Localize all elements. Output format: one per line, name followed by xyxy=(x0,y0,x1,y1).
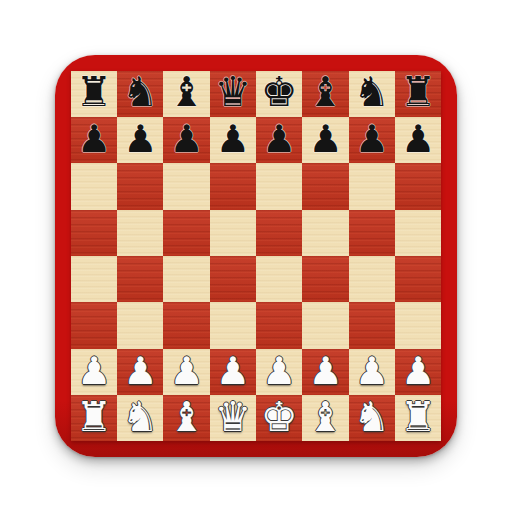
square-f1[interactable]: ♝ xyxy=(302,395,348,441)
piece-black-knight[interactable]: ♞ xyxy=(353,72,390,113)
piece-white-queen[interactable]: ♛ xyxy=(214,397,251,438)
square-b5[interactable] xyxy=(117,210,163,256)
square-e1[interactable]: ♚ xyxy=(256,395,302,441)
piece-black-bishop[interactable]: ♝ xyxy=(168,72,205,113)
piece-white-knight[interactable]: ♞ xyxy=(353,397,390,438)
piece-white-rook[interactable]: ♜ xyxy=(76,397,113,438)
square-d4[interactable] xyxy=(210,256,256,302)
square-e5[interactable] xyxy=(256,210,302,256)
square-d7[interactable]: ♟ xyxy=(210,117,256,163)
square-c3[interactable] xyxy=(163,302,209,348)
square-g4[interactable] xyxy=(349,256,395,302)
square-e4[interactable] xyxy=(256,256,302,302)
piece-white-king[interactable]: ♚ xyxy=(261,397,298,438)
piece-white-rook[interactable]: ♜ xyxy=(400,397,437,438)
square-f8[interactable]: ♝ xyxy=(302,71,348,117)
square-g2[interactable]: ♟ xyxy=(349,349,395,395)
square-e7[interactable]: ♟ xyxy=(256,117,302,163)
square-b7[interactable]: ♟ xyxy=(117,117,163,163)
square-c6[interactable] xyxy=(163,163,209,209)
piece-black-queen[interactable]: ♛ xyxy=(214,72,251,113)
square-c5[interactable] xyxy=(163,210,209,256)
piece-white-pawn[interactable]: ♟ xyxy=(262,352,296,390)
square-h8[interactable]: ♜ xyxy=(395,71,441,117)
square-b8[interactable]: ♞ xyxy=(117,71,163,117)
piece-black-pawn[interactable]: ♟ xyxy=(77,120,111,158)
piece-black-pawn[interactable]: ♟ xyxy=(170,120,204,158)
square-d8[interactable]: ♛ xyxy=(210,71,256,117)
square-a7[interactable]: ♟ xyxy=(71,117,117,163)
square-c4[interactable] xyxy=(163,256,209,302)
piece-white-pawn[interactable]: ♟ xyxy=(77,352,111,390)
piece-white-knight[interactable]: ♞ xyxy=(122,397,159,438)
square-d3[interactable] xyxy=(210,302,256,348)
square-f2[interactable]: ♟ xyxy=(302,349,348,395)
square-d5[interactable] xyxy=(210,210,256,256)
square-h5[interactable] xyxy=(395,210,441,256)
square-g8[interactable]: ♞ xyxy=(349,71,395,117)
screen: ♜♞♝♛♚♝♞♜♟♟♟♟♟♟♟♟♟♟♟♟♟♟♟♟♜♞♝♛♚♝♞♜ xyxy=(0,0,512,512)
piece-white-pawn[interactable]: ♟ xyxy=(170,352,204,390)
square-a2[interactable]: ♟ xyxy=(71,349,117,395)
square-g1[interactable]: ♞ xyxy=(349,395,395,441)
chess-app-icon-frame: ♜♞♝♛♚♝♞♜♟♟♟♟♟♟♟♟♟♟♟♟♟♟♟♟♜♞♝♛♚♝♞♜ xyxy=(55,55,457,457)
piece-black-king[interactable]: ♚ xyxy=(261,72,298,113)
square-a3[interactable] xyxy=(71,302,117,348)
square-h7[interactable]: ♟ xyxy=(395,117,441,163)
square-f7[interactable]: ♟ xyxy=(302,117,348,163)
square-a4[interactable] xyxy=(71,256,117,302)
square-b3[interactable] xyxy=(117,302,163,348)
piece-white-pawn[interactable]: ♟ xyxy=(123,352,157,390)
square-g6[interactable] xyxy=(349,163,395,209)
square-a6[interactable] xyxy=(71,163,117,209)
square-e6[interactable] xyxy=(256,163,302,209)
square-c7[interactable]: ♟ xyxy=(163,117,209,163)
square-c1[interactable]: ♝ xyxy=(163,395,209,441)
piece-white-pawn[interactable]: ♟ xyxy=(355,352,389,390)
square-e2[interactable]: ♟ xyxy=(256,349,302,395)
piece-white-pawn[interactable]: ♟ xyxy=(216,352,250,390)
piece-black-pawn[interactable]: ♟ xyxy=(123,120,157,158)
chess-board: ♜♞♝♛♚♝♞♜♟♟♟♟♟♟♟♟♟♟♟♟♟♟♟♟♜♞♝♛♚♝♞♜ xyxy=(71,71,441,441)
square-h2[interactable]: ♟ xyxy=(395,349,441,395)
piece-white-pawn[interactable]: ♟ xyxy=(401,352,435,390)
square-b4[interactable] xyxy=(117,256,163,302)
square-g3[interactable] xyxy=(349,302,395,348)
square-h6[interactable] xyxy=(395,163,441,209)
piece-black-rook[interactable]: ♜ xyxy=(76,72,113,113)
piece-black-pawn[interactable]: ♟ xyxy=(262,120,296,158)
square-a1[interactable]: ♜ xyxy=(71,395,117,441)
square-b6[interactable] xyxy=(117,163,163,209)
square-d1[interactable]: ♛ xyxy=(210,395,256,441)
square-a8[interactable]: ♜ xyxy=(71,71,117,117)
square-h4[interactable] xyxy=(395,256,441,302)
square-e8[interactable]: ♚ xyxy=(256,71,302,117)
piece-black-pawn[interactable]: ♟ xyxy=(216,120,250,158)
square-g7[interactable]: ♟ xyxy=(349,117,395,163)
square-e3[interactable] xyxy=(256,302,302,348)
square-b1[interactable]: ♞ xyxy=(117,395,163,441)
square-f4[interactable] xyxy=(302,256,348,302)
square-f3[interactable] xyxy=(302,302,348,348)
square-d2[interactable]: ♟ xyxy=(210,349,256,395)
piece-black-pawn[interactable]: ♟ xyxy=(401,120,435,158)
square-h1[interactable]: ♜ xyxy=(395,395,441,441)
piece-white-bishop[interactable]: ♝ xyxy=(168,397,205,438)
piece-black-bishop[interactable]: ♝ xyxy=(307,72,344,113)
square-g5[interactable] xyxy=(349,210,395,256)
piece-black-pawn[interactable]: ♟ xyxy=(355,120,389,158)
piece-black-pawn[interactable]: ♟ xyxy=(308,120,342,158)
piece-black-rook[interactable]: ♜ xyxy=(400,72,437,113)
square-c2[interactable]: ♟ xyxy=(163,349,209,395)
piece-white-pawn[interactable]: ♟ xyxy=(308,352,342,390)
square-a5[interactable] xyxy=(71,210,117,256)
square-d6[interactable] xyxy=(210,163,256,209)
square-b2[interactable]: ♟ xyxy=(117,349,163,395)
square-f5[interactable] xyxy=(302,210,348,256)
piece-white-bishop[interactable]: ♝ xyxy=(307,397,344,438)
square-c8[interactable]: ♝ xyxy=(163,71,209,117)
piece-black-knight[interactable]: ♞ xyxy=(122,72,159,113)
square-h3[interactable] xyxy=(395,302,441,348)
square-f6[interactable] xyxy=(302,163,348,209)
